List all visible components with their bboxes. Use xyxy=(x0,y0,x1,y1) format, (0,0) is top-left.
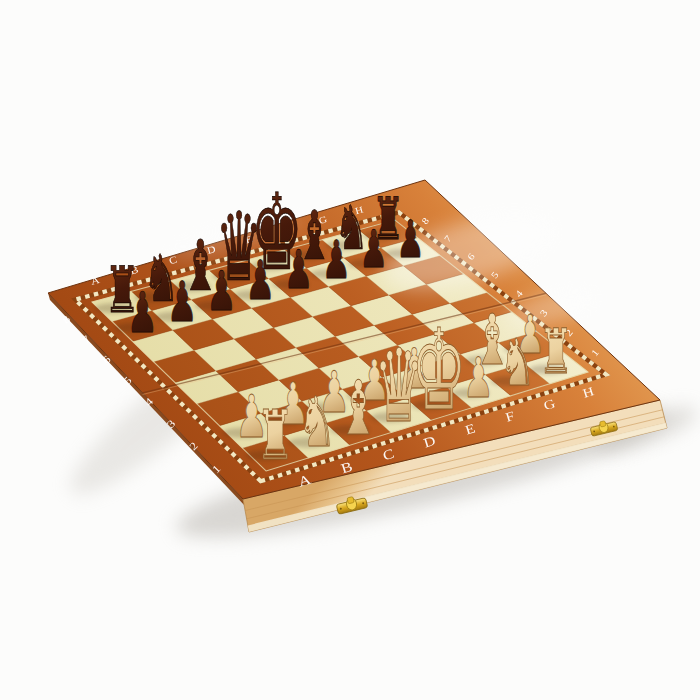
piece-white-queen-d1: ♛ xyxy=(374,327,424,445)
piece-white-rook-h1: ♜ xyxy=(539,315,573,387)
piece-white-bishop-c1: ♝ xyxy=(337,364,379,452)
product-photo: AA11BB22CC33DD44EE55FF66GG77HH88♜♞♟♝♟♚♟♛… xyxy=(0,0,700,700)
clasp-hook xyxy=(347,497,354,504)
piece-black-pawn-b7: ♟ xyxy=(167,269,198,334)
piece-black-pawn-d7: ♟ xyxy=(245,248,275,312)
piece-white-pawn-f1: ♟ xyxy=(463,345,494,410)
clasp-hook xyxy=(600,421,606,427)
piece-black-pawn-h7: ♟ xyxy=(396,209,424,269)
piece-white-knight-b1: ♞ xyxy=(298,381,337,463)
piece-black-pawn-a7: ♟ xyxy=(127,280,158,345)
piece-black-pawn-c7: ♟ xyxy=(206,259,236,323)
piece-white-knight-g1: ♞ xyxy=(499,325,535,401)
chessboard-scene: AA11BB22CC33DD44EE55FF66GG77HH88♜♞♟♝♟♚♟♛… xyxy=(0,0,700,700)
piece-black-pawn-e7: ♟ xyxy=(284,239,314,300)
piece-white-rook-a1: ♜ xyxy=(256,395,294,474)
piece-black-pawn-f7: ♟ xyxy=(322,228,351,289)
piece-black-pawn-g7: ♟ xyxy=(359,219,388,279)
